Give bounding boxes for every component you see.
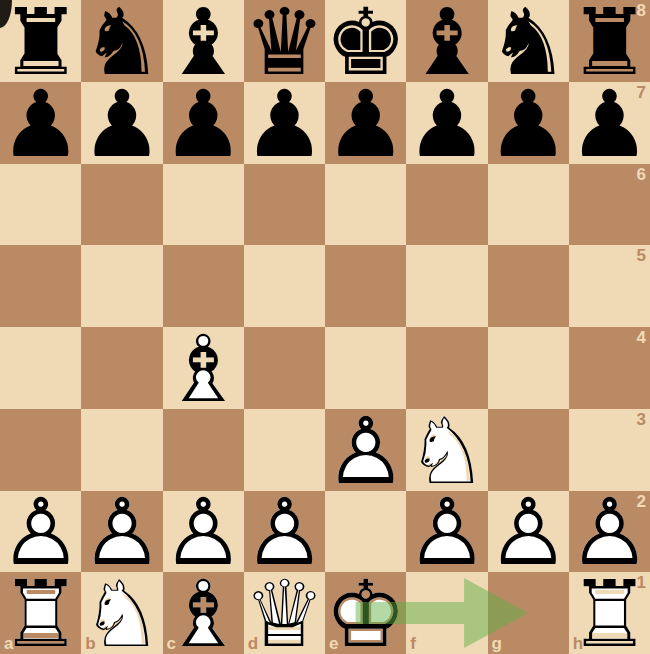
square-a8[interactable]: ♜ (0, 0, 81, 82)
square-e7[interactable]: ♟ (325, 82, 406, 164)
square-f1[interactable]: f (406, 572, 487, 654)
piece-white-knight[interactable]: ♞♘ (81, 572, 162, 654)
king-glyph-outline: ♔ (325, 574, 406, 654)
square-f3[interactable]: ♞♘ (406, 409, 487, 491)
square-c3[interactable] (163, 409, 244, 491)
piece-black-pawn[interactable]: ♟ (406, 82, 487, 164)
pawn-glyph: ♟ (488, 84, 569, 166)
piece-black-knight[interactable]: ♞ (488, 0, 569, 82)
square-h4[interactable]: 4 (569, 327, 650, 409)
coord-file-f: f (410, 635, 416, 652)
square-b1[interactable]: b♞♘ (81, 572, 162, 654)
square-e8[interactable]: ♚ (325, 0, 406, 82)
piece-white-pawn[interactable]: ♟♙ (244, 491, 325, 573)
piece-white-knight[interactable]: ♞♘ (406, 409, 487, 491)
piece-black-pawn[interactable]: ♟ (325, 82, 406, 164)
square-f5[interactable] (406, 245, 487, 327)
square-g7[interactable]: ♟ (488, 82, 569, 164)
pawn-glyph-outline: ♙ (488, 493, 569, 575)
pawn-glyph: ♟ (163, 84, 244, 166)
chess-board[interactable]: ♜♞♝♛♚♝♞8♜♟♟♟♟♟♟♟7♟65♝♗4♟♙♞♘3♟♙♟♙♟♙♟♙♟♙♟♙… (0, 0, 650, 654)
square-c6[interactable] (163, 164, 244, 246)
square-g6[interactable] (488, 164, 569, 246)
square-e4[interactable] (325, 327, 406, 409)
pawn-glyph: ♟ (81, 84, 162, 166)
piece-black-pawn[interactable]: ♟ (569, 82, 650, 164)
piece-white-pawn[interactable]: ♟♙ (569, 491, 650, 573)
square-d8[interactable]: ♛ (244, 0, 325, 82)
square-b4[interactable] (81, 327, 162, 409)
piece-white-pawn[interactable]: ♟♙ (81, 491, 162, 573)
rook-glyph-outline: ♖ (569, 574, 650, 654)
square-e3[interactable]: ♟♙ (325, 409, 406, 491)
square-h5[interactable]: 5 (569, 245, 650, 327)
piece-white-pawn[interactable]: ♟♙ (406, 491, 487, 573)
square-a7[interactable]: ♟ (0, 82, 81, 164)
bishop-glyph-outline: ♗ (163, 329, 244, 411)
piece-white-rook[interactable]: ♜♖ (0, 572, 81, 654)
coord-rank-6: 6 (637, 166, 646, 183)
square-e6[interactable] (325, 164, 406, 246)
piece-black-pawn[interactable]: ♟ (488, 82, 569, 164)
square-c4[interactable]: ♝♗ (163, 327, 244, 409)
bishop-glyph-outline: ♗ (163, 574, 244, 654)
square-a5[interactable] (0, 245, 81, 327)
square-d4[interactable] (244, 327, 325, 409)
square-g2[interactable]: ♟♙ (488, 491, 569, 573)
square-b2[interactable]: ♟♙ (81, 491, 162, 573)
square-e1[interactable]: e♚♔ (325, 572, 406, 654)
square-b6[interactable] (81, 164, 162, 246)
square-f2[interactable]: ♟♙ (406, 491, 487, 573)
square-g8[interactable]: ♞ (488, 0, 569, 82)
piece-black-pawn[interactable]: ♟ (0, 82, 81, 164)
pawn-glyph: ♟ (325, 84, 406, 166)
square-a3[interactable] (0, 409, 81, 491)
piece-black-queen[interactable]: ♛ (244, 0, 325, 82)
piece-white-pawn[interactable]: ♟♙ (325, 409, 406, 491)
square-a1[interactable]: a♜♖ (0, 572, 81, 654)
piece-white-pawn[interactable]: ♟♙ (0, 491, 81, 573)
piece-black-bishop[interactable]: ♝ (163, 0, 244, 82)
page-background: ♜♞♝♛♚♝♞8♜♟♟♟♟♟♟♟7♟65♝♗4♟♙♞♘3♟♙♟♙♟♙♟♙♟♙♟♙… (0, 0, 650, 654)
queen-glyph-outline: ♕ (244, 574, 325, 654)
piece-black-rook[interactable]: ♜ (0, 0, 81, 82)
square-h2[interactable]: 2♟♙ (569, 491, 650, 573)
piece-black-pawn[interactable]: ♟ (81, 82, 162, 164)
knight-glyph-outline: ♘ (81, 574, 162, 654)
square-g4[interactable] (488, 327, 569, 409)
square-g5[interactable] (488, 245, 569, 327)
square-a6[interactable] (0, 164, 81, 246)
piece-white-pawn[interactable]: ♟♙ (163, 491, 244, 573)
piece-black-king[interactable]: ♚ (325, 0, 406, 82)
square-c5[interactable] (163, 245, 244, 327)
coord-file-g: g (492, 635, 502, 652)
square-d7[interactable]: ♟ (244, 82, 325, 164)
pawn-glyph: ♟ (244, 84, 325, 166)
rook-glyph-outline: ♖ (0, 574, 81, 654)
piece-black-pawn[interactable]: ♟ (163, 82, 244, 164)
square-c1[interactable]: c♝♗ (163, 572, 244, 654)
square-b5[interactable] (81, 245, 162, 327)
coord-rank-3: 3 (637, 411, 646, 428)
square-b3[interactable] (81, 409, 162, 491)
square-f8[interactable]: ♝ (406, 0, 487, 82)
piece-black-rook[interactable]: ♜ (569, 0, 650, 82)
square-a4[interactable] (0, 327, 81, 409)
pawn-glyph: ♟ (569, 84, 650, 166)
pawn-glyph-outline: ♙ (325, 411, 406, 493)
square-h3[interactable]: 3 (569, 409, 650, 491)
square-h8[interactable]: 8♜ (569, 0, 650, 82)
piece-black-pawn[interactable]: ♟ (244, 82, 325, 164)
coord-rank-5: 5 (637, 247, 646, 264)
square-f7[interactable]: ♟ (406, 82, 487, 164)
square-b7[interactable]: ♟ (81, 82, 162, 164)
square-c8[interactable]: ♝ (163, 0, 244, 82)
square-f4[interactable] (406, 327, 487, 409)
square-f6[interactable] (406, 164, 487, 246)
square-h1[interactable]: 1h♜♖ (569, 572, 650, 654)
square-c7[interactable]: ♟ (163, 82, 244, 164)
piece-white-bishop[interactable]: ♝♗ (163, 572, 244, 654)
piece-black-bishop[interactable]: ♝ (406, 0, 487, 82)
pawn-glyph-outline: ♙ (406, 493, 487, 575)
square-d3[interactable] (244, 409, 325, 491)
square-e2[interactable] (325, 491, 406, 573)
pawn-glyph: ♟ (406, 84, 487, 166)
square-d1[interactable]: d♛♕ (244, 572, 325, 654)
square-d5[interactable] (244, 245, 325, 327)
square-c2[interactable]: ♟♙ (163, 491, 244, 573)
piece-white-rook[interactable]: ♜♖ (569, 572, 650, 654)
piece-white-pawn[interactable]: ♟♙ (488, 491, 569, 573)
square-h6[interactable]: 6 (569, 164, 650, 246)
square-e5[interactable] (325, 245, 406, 327)
piece-white-queen[interactable]: ♛♕ (244, 572, 325, 654)
square-d6[interactable] (244, 164, 325, 246)
square-d2[interactable]: ♟♙ (244, 491, 325, 573)
square-g1[interactable]: g (488, 572, 569, 654)
square-b8[interactable]: ♞ (81, 0, 162, 82)
piece-black-knight[interactable]: ♞ (81, 0, 162, 82)
piece-white-king[interactable]: ♚♔ (325, 572, 406, 654)
coord-rank-4: 4 (637, 329, 646, 346)
square-h7[interactable]: 7♟ (569, 82, 650, 164)
square-a2[interactable]: ♟♙ (0, 491, 81, 573)
square-g3[interactable] (488, 409, 569, 491)
piece-white-bishop[interactable]: ♝♗ (163, 327, 244, 409)
pawn-glyph: ♟ (0, 84, 81, 166)
